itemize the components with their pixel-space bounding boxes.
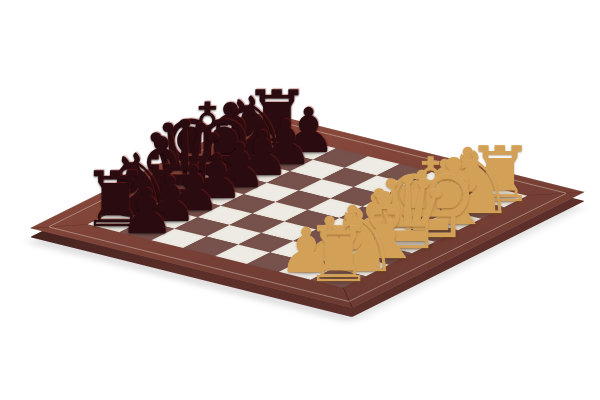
border-miter-seam (30, 224, 88, 228)
white-rook-a1[interactable]: ♜ (304, 217, 372, 293)
border-miter-seam (527, 192, 585, 196)
chess-set-photo: ♜♞♝♛♚♝♞♜♟♟♟♟♟♟♟♟♟♟♟♟♟♟♟♟♜♞♝♛♚♝♞♜ (0, 0, 600, 400)
black-pawn-a7[interactable]: ♟ (119, 181, 175, 243)
